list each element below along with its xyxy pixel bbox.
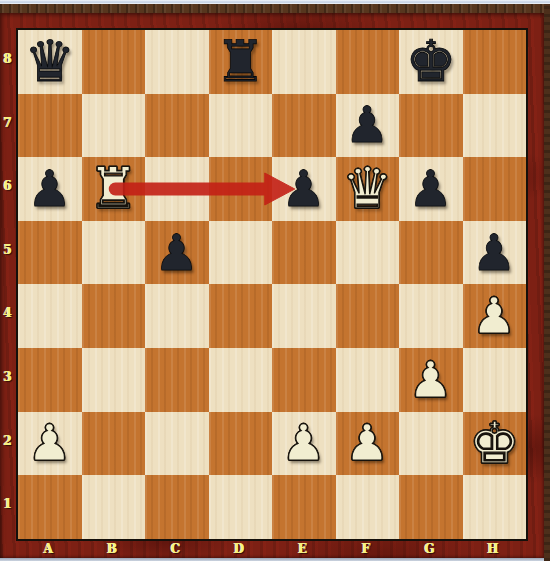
square-h5[interactable]: ♟	[463, 221, 527, 285]
square-h8[interactable]	[463, 30, 527, 94]
piece-white-pawn-h4[interactable]: ♟	[472, 291, 517, 341]
piece-black-pawn-c5[interactable]: ♟	[154, 228, 199, 278]
square-a8[interactable]: ♛	[18, 30, 82, 94]
square-a5[interactable]	[18, 221, 82, 285]
square-f5[interactable]	[336, 221, 400, 285]
outer-wood-edge-top	[0, 4, 550, 13]
square-e1[interactable]	[272, 475, 336, 539]
square-c8[interactable]	[145, 30, 209, 94]
square-e2[interactable]: ♟	[272, 412, 336, 476]
square-c2[interactable]	[145, 412, 209, 476]
piece-black-rook-d8[interactable]: ♜	[215, 33, 266, 90]
square-g7[interactable]	[399, 94, 463, 158]
outer-wood-edge-right	[544, 4, 550, 561]
square-a2[interactable]: ♟	[18, 412, 82, 476]
square-g6[interactable]: ♟	[399, 157, 463, 221]
square-a3[interactable]	[18, 348, 82, 412]
square-d6[interactable]	[209, 157, 273, 221]
square-b7[interactable]	[82, 94, 146, 158]
square-h2[interactable]: ♚	[463, 412, 527, 476]
square-d2[interactable]	[209, 412, 273, 476]
square-h7[interactable]	[463, 94, 527, 158]
square-c3[interactable]	[145, 348, 209, 412]
square-g2[interactable]	[399, 412, 463, 476]
square-h3[interactable]	[463, 348, 527, 412]
square-a7[interactable]	[18, 94, 82, 158]
square-d1[interactable]	[209, 475, 273, 539]
square-f2[interactable]: ♟	[336, 412, 400, 476]
square-e5[interactable]	[272, 221, 336, 285]
square-e7[interactable]	[272, 94, 336, 158]
square-b8[interactable]	[82, 30, 146, 94]
square-b5[interactable]	[82, 221, 146, 285]
square-b2[interactable]	[82, 412, 146, 476]
square-c1[interactable]	[145, 475, 209, 539]
square-d5[interactable]	[209, 221, 273, 285]
square-f6[interactable]: ♛	[336, 157, 400, 221]
square-d8[interactable]: ♜	[209, 30, 273, 94]
square-b1[interactable]	[82, 475, 146, 539]
square-h6[interactable]	[463, 157, 527, 221]
square-e6[interactable]: ♟	[272, 157, 336, 221]
square-f3[interactable]	[336, 348, 400, 412]
square-h1[interactable]	[463, 475, 527, 539]
piece-black-pawn-g6[interactable]: ♟	[408, 164, 453, 214]
square-a4[interactable]	[18, 284, 82, 348]
square-a1[interactable]	[18, 475, 82, 539]
square-d4[interactable]	[209, 284, 273, 348]
chess-board: ♛♜♚♟♟♜♟♛♟♟♟♟♟♟♟♟♚	[16, 28, 528, 541]
square-e8[interactable]	[272, 30, 336, 94]
piece-white-pawn-a2[interactable]: ♟	[27, 418, 72, 468]
piece-black-king-g8[interactable]: ♚	[405, 33, 456, 90]
square-d7[interactable]	[209, 94, 273, 158]
square-b6[interactable]: ♜	[82, 157, 146, 221]
square-f1[interactable]	[336, 475, 400, 539]
square-g5[interactable]	[399, 221, 463, 285]
square-b3[interactable]	[82, 348, 146, 412]
square-e3[interactable]	[272, 348, 336, 412]
piece-white-rook-b6[interactable]: ♜	[88, 160, 139, 217]
square-g4[interactable]	[399, 284, 463, 348]
square-h4[interactable]: ♟	[463, 284, 527, 348]
piece-white-king-h2[interactable]: ♚	[469, 415, 520, 472]
square-d3[interactable]	[209, 348, 273, 412]
piece-white-queen-f6[interactable]: ♛	[342, 160, 393, 217]
piece-white-pawn-f2[interactable]: ♟	[345, 418, 390, 468]
square-c6[interactable]	[145, 157, 209, 221]
piece-black-pawn-h5[interactable]: ♟	[472, 228, 517, 278]
square-g3[interactable]: ♟	[399, 348, 463, 412]
piece-black-pawn-a6[interactable]: ♟	[27, 164, 72, 214]
piece-black-queen-a8[interactable]: ♛	[24, 33, 75, 90]
square-b4[interactable]	[82, 284, 146, 348]
piece-white-pawn-g3[interactable]: ♟	[408, 355, 453, 405]
square-g1[interactable]	[399, 475, 463, 539]
square-f8[interactable]	[336, 30, 400, 94]
square-f7[interactable]: ♟	[336, 94, 400, 158]
square-e4[interactable]	[272, 284, 336, 348]
piece-white-pawn-e2[interactable]: ♟	[281, 418, 326, 468]
square-g8[interactable]: ♚	[399, 30, 463, 94]
piece-black-pawn-f7[interactable]: ♟	[345, 100, 390, 150]
piece-black-pawn-e6[interactable]: ♟	[281, 164, 326, 214]
square-c5[interactable]: ♟	[145, 221, 209, 285]
chessboard-window: ♛♜♚♟♟♜♟♛♟♟♟♟♟♟♟♟♚ ABCDEFGH87654321	[0, 0, 550, 561]
square-a6[interactable]: ♟	[18, 157, 82, 221]
square-c7[interactable]	[145, 94, 209, 158]
square-c4[interactable]	[145, 284, 209, 348]
square-f4[interactable]	[336, 284, 400, 348]
